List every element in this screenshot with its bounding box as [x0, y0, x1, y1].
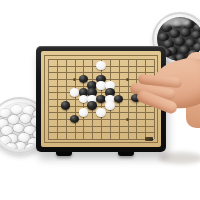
- white-bowl-stone: [20, 114, 32, 123]
- grid-line-horizontal: [48, 132, 154, 133]
- bowl-glass-highlight: [162, 17, 191, 26]
- grid-line-horizontal: [48, 139, 154, 140]
- bowl-glass-highlight: [0, 102, 30, 112]
- hand-shadow: [159, 152, 200, 164]
- grid-line-horizontal: [48, 119, 154, 120]
- white-bowl-stone: [5, 143, 17, 149]
- brand-stamp: [145, 137, 153, 141]
- black-bowl-stone: [180, 28, 191, 36]
- black-stone: [87, 101, 97, 109]
- white-bowl-stone: [13, 124, 25, 133]
- black-bowl-stone: [174, 37, 185, 45]
- star-point: [126, 118, 129, 121]
- white-stone: [96, 108, 106, 116]
- white-stone: [70, 88, 80, 96]
- grid-line-horizontal: [48, 126, 154, 127]
- star-point: [126, 78, 129, 81]
- white-stone: [105, 101, 115, 109]
- product-photo-scene: [0, 0, 200, 200]
- white-stone: [79, 108, 89, 116]
- grid-line-vertical: [128, 59, 129, 139]
- white-bowl-stone: [8, 115, 20, 124]
- star-point: [73, 78, 76, 81]
- white-stone: [96, 61, 106, 69]
